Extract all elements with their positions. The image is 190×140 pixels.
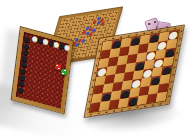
tray-checker-white[interactable]: ● [64,43,71,51]
tray-checker-black[interactable]: ● [17,86,24,94]
square-7-7[interactable] [156,92,167,102]
checkers-grid: ●●●●●●●●●●●●●●●●● [90,30,179,112]
grid-marker-red[interactable]: ● [89,32,94,37]
grid-marker-blue[interactable]: ● [75,42,80,47]
green-die[interactable] [61,69,68,76]
grid-marker-red[interactable]: ● [100,21,105,26]
grid-marker-blue[interactable]: ● [81,39,86,44]
game-set-photo: ●●●●●●●●●●●●●●●●●● ●●●●●●●●●●●●●●●● ●●●●… [0,0,190,140]
